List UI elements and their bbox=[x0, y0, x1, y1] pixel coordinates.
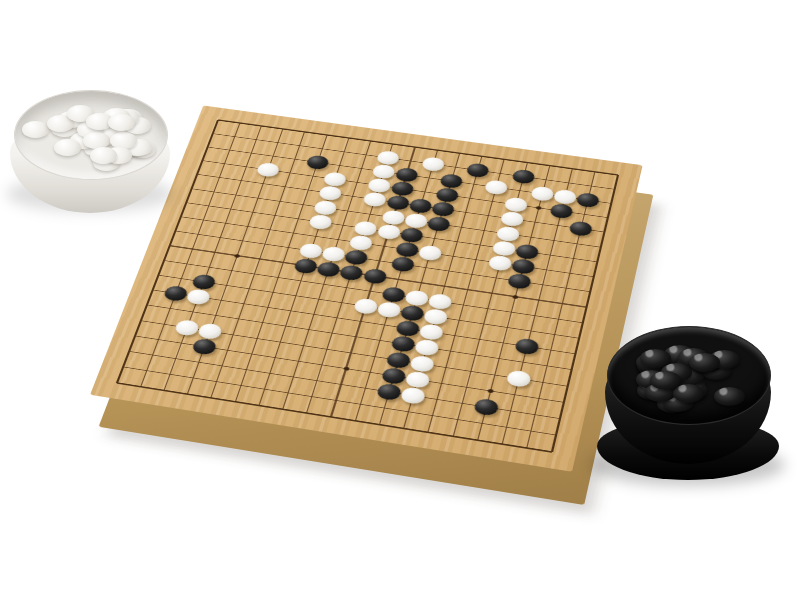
black-stone-in-bowl bbox=[714, 387, 745, 406]
white-go-stone[interactable] bbox=[487, 255, 513, 272]
white-go-stone[interactable] bbox=[185, 288, 212, 306]
black-go-stone[interactable] bbox=[380, 367, 407, 386]
white-go-stone[interactable] bbox=[530, 186, 555, 202]
black-go-stone[interactable] bbox=[394, 241, 420, 258]
white-go-stone[interactable] bbox=[352, 297, 379, 315]
black-go-stone[interactable] bbox=[305, 154, 330, 170]
black-go-stone[interactable] bbox=[385, 195, 411, 211]
white-go-stone[interactable] bbox=[367, 178, 392, 194]
black-go-stone[interactable] bbox=[430, 201, 456, 218]
black-go-stone[interactable] bbox=[510, 258, 536, 275]
white-go-stone[interactable] bbox=[503, 197, 528, 214]
black-go-stone[interactable] bbox=[399, 227, 425, 244]
black-go-stone[interactable] bbox=[362, 267, 388, 284]
black-go-stone[interactable] bbox=[511, 168, 536, 184]
black-go-stone[interactable] bbox=[190, 273, 217, 290]
star-point bbox=[343, 366, 349, 370]
black-go-stone[interactable] bbox=[514, 338, 541, 356]
white-go-stone[interactable] bbox=[353, 220, 379, 237]
black-go-stone[interactable] bbox=[385, 351, 412, 369]
white-go-stone[interactable] bbox=[409, 354, 436, 372]
white-go-stone[interactable] bbox=[376, 223, 402, 240]
black-go-stone[interactable] bbox=[389, 181, 414, 197]
black-go-stone[interactable] bbox=[162, 285, 189, 302]
white-go-stone[interactable] bbox=[499, 211, 524, 228]
white-go-stone[interactable] bbox=[348, 235, 374, 252]
white-go-stone[interactable] bbox=[404, 289, 430, 307]
white-go-stone[interactable] bbox=[255, 162, 281, 178]
black-go-stone[interactable] bbox=[407, 198, 433, 215]
black-go-stone[interactable] bbox=[435, 187, 460, 203]
black-go-stone[interactable] bbox=[343, 249, 369, 266]
white-go-stone[interactable] bbox=[308, 214, 334, 231]
white-go-stone[interactable] bbox=[362, 192, 388, 208]
white-go-stone[interactable] bbox=[506, 369, 533, 388]
black-go-stone[interactable] bbox=[191, 338, 218, 356]
black-go-stone[interactable] bbox=[390, 256, 416, 273]
black-go-stone[interactable] bbox=[375, 383, 402, 402]
white-go-stone[interactable] bbox=[317, 185, 343, 201]
white-go-stone[interactable] bbox=[420, 156, 445, 172]
white-bowl-opening bbox=[14, 90, 168, 180]
go-scene bbox=[0, 0, 810, 607]
black-go-stone[interactable] bbox=[426, 215, 452, 232]
white-go-stone[interactable] bbox=[423, 308, 449, 326]
black-go-stone[interactable] bbox=[390, 335, 417, 353]
black-go-stone[interactable] bbox=[339, 264, 365, 281]
white-go-stone[interactable] bbox=[298, 242, 324, 259]
white-go-stone[interactable] bbox=[173, 319, 200, 337]
black-go-stone[interactable] bbox=[568, 221, 593, 238]
black-go-stone[interactable] bbox=[549, 203, 574, 220]
black-go-stone[interactable] bbox=[394, 167, 419, 183]
black-go-stone[interactable] bbox=[439, 173, 464, 189]
black-go-stone[interactable] bbox=[316, 261, 342, 278]
white-go-stone[interactable] bbox=[322, 171, 348, 187]
white-go-stone[interactable] bbox=[417, 244, 443, 261]
white-go-stone[interactable] bbox=[427, 293, 453, 311]
white-go-stone[interactable] bbox=[404, 370, 431, 389]
black-go-stone[interactable] bbox=[506, 273, 532, 290]
white-go-stone[interactable] bbox=[376, 150, 401, 166]
white-go-stone[interactable] bbox=[400, 386, 427, 405]
white-go-stone[interactable] bbox=[320, 246, 346, 263]
white-go-stone[interactable] bbox=[495, 225, 521, 242]
white-go-stone[interactable] bbox=[312, 199, 338, 216]
white-go-stone[interactable] bbox=[380, 209, 406, 226]
white-go-stone[interactable] bbox=[484, 179, 509, 195]
black-go-stone[interactable] bbox=[293, 257, 319, 274]
black-go-stone[interactable] bbox=[399, 304, 426, 322]
white-go-stone[interactable] bbox=[418, 323, 445, 341]
black-go-stone[interactable] bbox=[514, 243, 540, 260]
white-stone-in-bowl bbox=[22, 121, 49, 138]
white-go-stone[interactable] bbox=[197, 322, 224, 340]
white-go-stone[interactable] bbox=[553, 189, 578, 205]
star-point bbox=[487, 389, 493, 393]
black-bowl-opening bbox=[607, 326, 771, 425]
white-go-stone[interactable] bbox=[491, 240, 517, 257]
white-go-stone[interactable] bbox=[414, 339, 441, 357]
black-go-stone[interactable] bbox=[576, 192, 601, 209]
star-point bbox=[234, 254, 240, 258]
black-stone-bowl[interactable] bbox=[597, 326, 779, 484]
white-go-stone[interactable] bbox=[403, 212, 429, 229]
black-go-stone[interactable] bbox=[380, 286, 406, 304]
white-go-stone[interactable] bbox=[376, 301, 403, 319]
white-stone-in-bowl bbox=[108, 114, 135, 131]
black-go-stone[interactable] bbox=[465, 162, 490, 178]
white-go-stone[interactable] bbox=[371, 164, 396, 180]
white-stone-in-bowl bbox=[54, 139, 81, 156]
black-go-stone[interactable] bbox=[394, 320, 421, 338]
white-stone-in-bowl bbox=[90, 147, 117, 164]
black-go-stone[interactable] bbox=[473, 398, 500, 417]
star-point bbox=[512, 295, 518, 299]
black-stone-in-bowl bbox=[689, 353, 720, 372]
white-stone-bowl[interactable] bbox=[8, 90, 173, 216]
